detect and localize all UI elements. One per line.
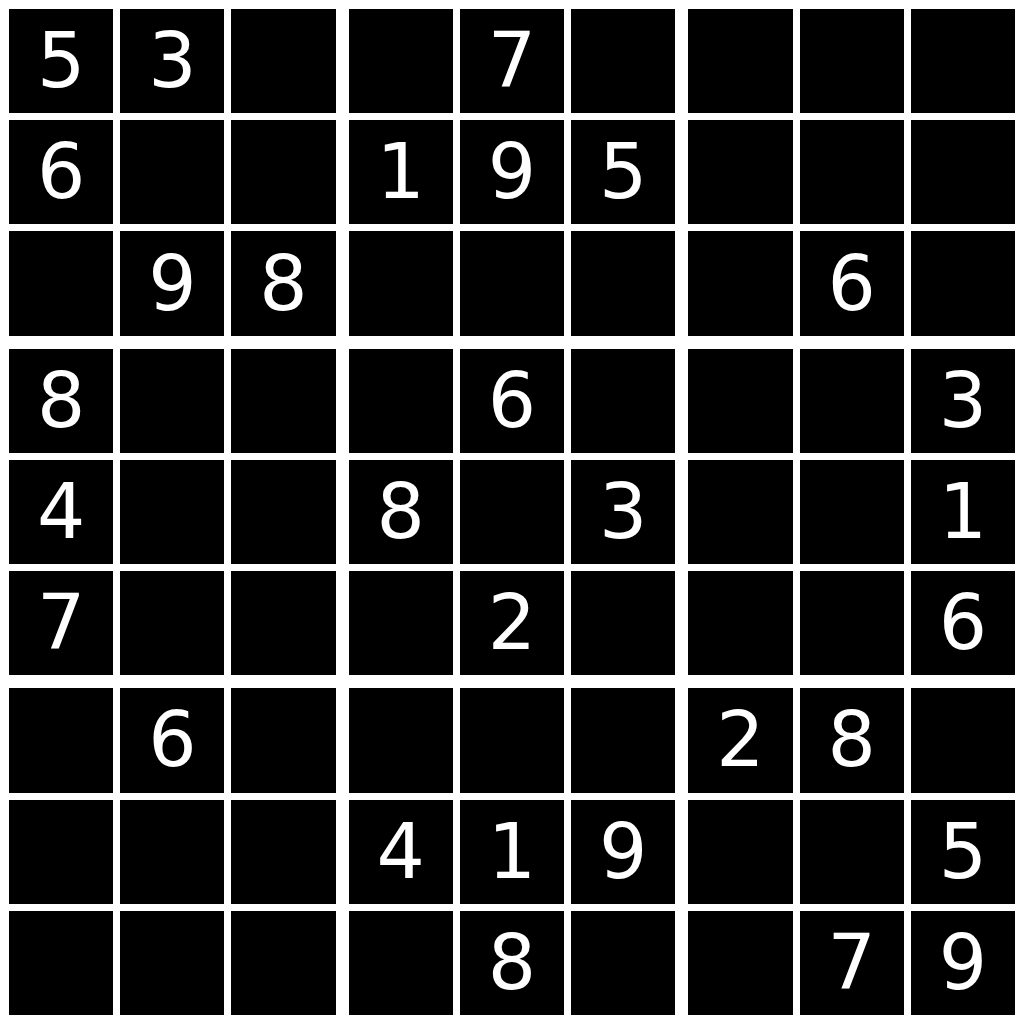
- cell-r6c6[interactable]: [571, 571, 675, 675]
- cell-r6c9[interactable]: 6: [911, 571, 1015, 675]
- block-r3c3: 28579: [688, 688, 1015, 1015]
- cell-r1c1[interactable]: 5: [9, 9, 113, 113]
- cell-r2c6[interactable]: 5: [571, 120, 675, 224]
- cell-r4c3[interactable]: [231, 349, 335, 453]
- cell-r6c3[interactable]: [231, 571, 335, 675]
- cell-r7c8[interactable]: 8: [800, 688, 904, 792]
- cell-r9c5[interactable]: 8: [460, 911, 564, 1015]
- cell-r9c9[interactable]: 9: [911, 911, 1015, 1015]
- cell-r3c2[interactable]: 9: [120, 231, 224, 335]
- cell-r7c7[interactable]: 2: [688, 688, 792, 792]
- cell-r1c8[interactable]: [800, 9, 904, 113]
- sudoku-board: 536987195684768323166419828579: [0, 0, 1024, 1024]
- cell-r1c7[interactable]: [688, 9, 792, 113]
- cell-r4c7[interactable]: [688, 349, 792, 453]
- cell-r3c3[interactable]: 8: [231, 231, 335, 335]
- cell-r8c4[interactable]: 4: [349, 800, 453, 904]
- block-r1c2: 7195: [349, 9, 676, 336]
- cell-r2c1[interactable]: 6: [9, 120, 113, 224]
- cell-r7c1[interactable]: [9, 688, 113, 792]
- cell-r5c9[interactable]: 1: [911, 460, 1015, 564]
- cell-r7c6[interactable]: [571, 688, 675, 792]
- cell-r4c4[interactable]: [349, 349, 453, 453]
- cell-r1c5[interactable]: 7: [460, 9, 564, 113]
- cell-r3c9[interactable]: [911, 231, 1015, 335]
- cell-r8c2[interactable]: [120, 800, 224, 904]
- cell-r9c3[interactable]: [231, 911, 335, 1015]
- cell-r6c4[interactable]: [349, 571, 453, 675]
- block-r3c2: 4198: [349, 688, 676, 1015]
- cell-r5c4[interactable]: 8: [349, 460, 453, 564]
- cell-r7c4[interactable]: [349, 688, 453, 792]
- cell-r5c6[interactable]: 3: [571, 460, 675, 564]
- cell-r4c9[interactable]: 3: [911, 349, 1015, 453]
- cell-r2c8[interactable]: [800, 120, 904, 224]
- cell-r8c6[interactable]: 9: [571, 800, 675, 904]
- cell-r9c8[interactable]: 7: [800, 911, 904, 1015]
- cell-r3c5[interactable]: [460, 231, 564, 335]
- cell-r2c3[interactable]: [231, 120, 335, 224]
- cell-r7c5[interactable]: [460, 688, 564, 792]
- cell-r9c2[interactable]: [120, 911, 224, 1015]
- cell-r8c5[interactable]: 1: [460, 800, 564, 904]
- cell-r5c2[interactable]: [120, 460, 224, 564]
- cell-r3c1[interactable]: [9, 231, 113, 335]
- block-r1c1: 53698: [9, 9, 336, 336]
- cell-r8c1[interactable]: [9, 800, 113, 904]
- cell-r4c6[interactable]: [571, 349, 675, 453]
- cell-r2c7[interactable]: [688, 120, 792, 224]
- cell-r8c3[interactable]: [231, 800, 335, 904]
- cell-r5c3[interactable]: [231, 460, 335, 564]
- block-r3c1: 6: [9, 688, 336, 1015]
- block-r2c3: 316: [688, 349, 1015, 676]
- cell-r6c5[interactable]: 2: [460, 571, 564, 675]
- cell-r4c5[interactable]: 6: [460, 349, 564, 453]
- block-r2c2: 6832: [349, 349, 676, 676]
- cell-r7c2[interactable]: 6: [120, 688, 224, 792]
- cell-r9c7[interactable]: [688, 911, 792, 1015]
- cell-r8c9[interactable]: 5: [911, 800, 1015, 904]
- cell-r2c2[interactable]: [120, 120, 224, 224]
- cell-r3c7[interactable]: [688, 231, 792, 335]
- cell-r2c5[interactable]: 9: [460, 120, 564, 224]
- cell-r8c7[interactable]: [688, 800, 792, 904]
- cell-r4c1[interactable]: 8: [9, 349, 113, 453]
- cell-r9c1[interactable]: [9, 911, 113, 1015]
- cell-r6c8[interactable]: [800, 571, 904, 675]
- cell-r4c8[interactable]: [800, 349, 904, 453]
- cell-r9c4[interactable]: [349, 911, 453, 1015]
- cell-r5c5[interactable]: [460, 460, 564, 564]
- cell-r6c7[interactable]: [688, 571, 792, 675]
- cell-r5c1[interactable]: 4: [9, 460, 113, 564]
- cell-r1c4[interactable]: [349, 9, 453, 113]
- cell-r3c8[interactable]: 6: [800, 231, 904, 335]
- block-r2c1: 847: [9, 349, 336, 676]
- cell-r7c9[interactable]: [911, 688, 1015, 792]
- cell-r1c9[interactable]: [911, 9, 1015, 113]
- cell-r7c3[interactable]: [231, 688, 335, 792]
- cell-r2c9[interactable]: [911, 120, 1015, 224]
- cell-r6c2[interactable]: [120, 571, 224, 675]
- cell-r1c2[interactable]: 3: [120, 9, 224, 113]
- cell-r1c3[interactable]: [231, 9, 335, 113]
- cell-r3c4[interactable]: [349, 231, 453, 335]
- cell-r8c8[interactable]: [800, 800, 904, 904]
- cell-r1c6[interactable]: [571, 9, 675, 113]
- cell-r5c8[interactable]: [800, 460, 904, 564]
- cell-r9c6[interactable]: [571, 911, 675, 1015]
- cell-r4c2[interactable]: [120, 349, 224, 453]
- cell-r6c1[interactable]: 7: [9, 571, 113, 675]
- cell-r2c4[interactable]: 1: [349, 120, 453, 224]
- block-r1c3: 6: [688, 9, 1015, 336]
- cell-r3c6[interactable]: [571, 231, 675, 335]
- cell-r5c7[interactable]: [688, 460, 792, 564]
